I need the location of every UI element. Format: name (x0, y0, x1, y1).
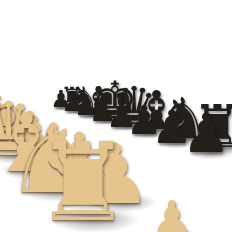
square-c5 (95, 136, 136, 151)
piece-shadow (52, 105, 73, 111)
square-e2 (1, 133, 37, 147)
board-squares (0, 104, 232, 232)
piece-shadow (197, 140, 232, 155)
square-g8 (72, 107, 96, 113)
black-pawn-h7: ♟ (50, 88, 71, 112)
piece-shadow (63, 103, 87, 110)
square-c2 (30, 152, 77, 175)
square-b3 (78, 158, 132, 184)
square-d6 (91, 125, 126, 136)
square-a4 (131, 165, 192, 195)
square-a3 (108, 173, 174, 209)
black-pawn-b7: ♟ (151, 104, 192, 150)
square-d8 (118, 120, 151, 129)
black-knight-b8: ♞ (158, 90, 209, 147)
square-d5 (75, 129, 111, 141)
piece-shadow (85, 192, 160, 214)
piece-shadow (109, 122, 141, 131)
black-bishop-f8: ♝ (81, 81, 115, 119)
white-pawn-a2: ♟ (77, 133, 152, 216)
piece-shadow (130, 129, 166, 139)
white-rook-a1: ♜ (34, 128, 131, 232)
square-e3 (22, 129, 56, 141)
black-bishop-c8: ♝ (133, 85, 181, 138)
piece-shadow (17, 179, 101, 203)
square-f5 (45, 117, 74, 125)
square-a2 (81, 184, 152, 228)
piece-shadow (0, 115, 3, 122)
square-h5 (23, 109, 47, 115)
square-d1 (0, 147, 30, 167)
piece-shadow (0, 146, 50, 165)
square-b7 (151, 136, 194, 151)
square-c8 (139, 125, 175, 136)
piece-shadow (18, 143, 58, 155)
piece-shadow (0, 126, 25, 135)
square-h2 (0, 115, 1, 123)
black-king-e8: ♚ (92, 75, 138, 126)
piece-shadow (138, 123, 186, 137)
square-c7 (126, 129, 164, 141)
square-f1 (0, 129, 1, 142)
piece-shadow (0, 160, 70, 181)
black-rook-a8: ♜ (191, 98, 232, 157)
white-pawn-g2: ♟ (0, 99, 10, 130)
square-c3 (55, 146, 100, 166)
square-e5 (58, 122, 90, 132)
white-queen-d1: ♛ (0, 93, 42, 167)
square-h4 (9, 111, 34, 118)
piece-shadow (0, 128, 12, 141)
piece-shadow (77, 112, 102, 119)
black-pawn-f7: ♟ (74, 92, 99, 120)
white-bishop-c1: ♝ (0, 103, 62, 184)
piece-shadow (73, 106, 102, 114)
square-f7 (73, 113, 100, 120)
white-pawn-e2: ♟ (1, 106, 36, 145)
black-pawn-e7: ♟ (88, 95, 116, 126)
square-a1 (47, 196, 123, 232)
white-king-e1: ♚ (0, 85, 27, 155)
white-pawn-offboard: ♟ (150, 194, 193, 232)
piece-shadow (187, 146, 232, 160)
square-g7 (60, 109, 85, 115)
square-e8 (100, 115, 129, 123)
square-f8 (85, 111, 112, 117)
square-d2 (14, 141, 55, 158)
pieces-layer: ♜♞♝♚♛♝♞♜♟♟♟♟♟♟♟♟♟♟♟♟♟♟♟♟♜♞♝♛♚♝♞♜♟ (0, 0, 232, 232)
square-f6 (60, 115, 88, 123)
square-b5 (119, 145, 167, 164)
square-h8 (61, 104, 84, 109)
piece-shadow (156, 137, 197, 149)
board-frame-inlay (0, 103, 232, 232)
square-g2 (0, 120, 11, 129)
square-g5 (33, 113, 59, 120)
black-rook-h8: ♜ (60, 84, 84, 111)
square-b2 (52, 166, 109, 197)
square-b4 (100, 151, 151, 173)
piece-shadow (116, 117, 163, 131)
square-e7 (88, 117, 118, 125)
square-a6 (167, 151, 221, 173)
piece-shadow (164, 131, 215, 146)
square-c4 (76, 141, 119, 158)
white-pawn-f2: ♟ (0, 102, 22, 136)
square-f4 (29, 120, 59, 129)
black-queen-d8: ♛ (110, 80, 157, 132)
piece-shadow (155, 228, 198, 232)
piece-shadow (64, 108, 87, 115)
piece-shadow (5, 134, 40, 144)
piece-shadow (97, 112, 143, 125)
square-d3 (37, 137, 76, 152)
black-pawn-a7: ♟ (182, 108, 231, 162)
white-bishop-f1: ♝ (0, 93, 7, 143)
board-side-edge (0, 102, 232, 232)
piece-shadow (85, 109, 120, 119)
square-d4 (57, 132, 95, 146)
square-b8 (164, 132, 205, 145)
piece-shadow (0, 135, 34, 153)
square-g6 (47, 111, 73, 118)
white-knight-b1: ♞ (8, 112, 92, 205)
chess-set-photo: ♜♞♝♚♛♝♞♜♟♟♟♟♟♟♟♟♟♟♟♟♟♟♟♟♜♞♝♛♚♝♞♜♟ (0, 0, 232, 232)
piece-shadow (35, 155, 83, 169)
square-h3 (0, 113, 18, 120)
piece-shadow (92, 117, 120, 125)
square-b6 (136, 140, 182, 157)
black-knight-g8: ♞ (70, 82, 99, 115)
square-b1 (21, 175, 81, 212)
square-g3 (1, 117, 29, 125)
white-pawn-d2: ♟ (14, 111, 54, 156)
square-h7 (49, 106, 72, 111)
black-pawn-d7: ♟ (106, 97, 137, 132)
black-pawn-c7: ♟ (126, 101, 162, 141)
square-h6 (37, 107, 61, 113)
square-c6 (111, 132, 151, 145)
square-f2 (0, 126, 22, 137)
square-f3 (11, 123, 42, 133)
board-frame (0, 101, 232, 232)
piece-shadow (56, 171, 114, 188)
square-e4 (41, 126, 74, 137)
white-pawn-b2: ♟ (50, 125, 108, 190)
white-pawn-c2: ♟ (30, 117, 78, 170)
square-e6 (74, 120, 105, 129)
square-c1 (2, 159, 52, 186)
square-e1 (0, 137, 14, 153)
chess-board (0, 104, 232, 232)
black-pawn-g7: ♟ (61, 90, 84, 116)
piece-shadow (45, 205, 143, 232)
square-a7 (182, 145, 232, 164)
square-a5 (151, 157, 208, 182)
square-d7 (105, 122, 139, 132)
square-g4 (18, 115, 45, 123)
piece-shadow (0, 120, 13, 128)
square-a8 (194, 140, 232, 156)
